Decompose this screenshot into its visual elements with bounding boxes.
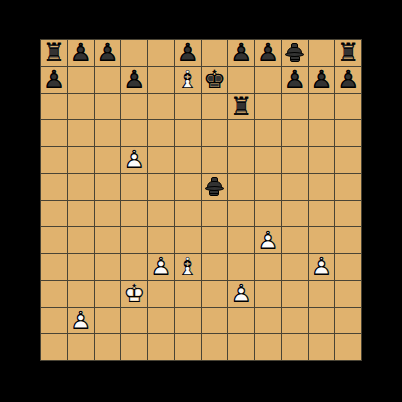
black-pawn-glyph: ♟: [95, 40, 121, 66]
square-r4c10[interactable]: [282, 120, 308, 146]
square-r12c9[interactable]: [255, 334, 281, 360]
white-pawn[interactable]: ♟♙: [148, 254, 174, 280]
white-pawn-glyph: ♟: [68, 308, 94, 334]
black-pawn-outline: ♙: [309, 67, 335, 93]
square-r10c11[interactable]: [309, 281, 335, 307]
square-r10c9[interactable]: [255, 281, 281, 307]
square-r6c12[interactable]: [335, 174, 361, 200]
square-r9c1[interactable]: [41, 254, 67, 280]
square-r7c2[interactable]: [68, 201, 94, 227]
white-pawn[interactable]: ♟♙: [228, 281, 254, 307]
square-r6c6[interactable]: [175, 174, 201, 200]
square-r10c10[interactable]: [282, 281, 308, 307]
white-pawn-outline: ♙: [68, 308, 94, 334]
square-r12c3[interactable]: [95, 334, 121, 360]
square-r4c3[interactable]: [95, 120, 121, 146]
white-pawn[interactable]: ♟♙: [309, 254, 335, 280]
white-pawn-glyph: ♟: [121, 147, 147, 173]
black-pawn[interactable]: ♟♙: [175, 40, 201, 66]
square-r1c3[interactable]: ♟♙: [95, 40, 121, 66]
square-r2c10[interactable]: ♟♙: [282, 67, 308, 93]
white-pawn-glyph: ♟: [255, 227, 281, 253]
square-r11c4[interactable]: [121, 308, 147, 334]
black-pawn-glyph: ♟: [175, 40, 201, 66]
square-r3c11[interactable]: [309, 94, 335, 120]
white-bishop-outline: ♗: [175, 254, 201, 280]
white-pawn-outline: ♙: [148, 254, 174, 280]
square-r7c7[interactable]: [202, 201, 228, 227]
square-r5c8[interactable]: [228, 147, 254, 173]
black-rook-glyph: ♜: [335, 40, 361, 66]
black-rook[interactable]: ♜♖: [41, 40, 67, 66]
black-hat-general[interactable]: [202, 174, 228, 200]
square-r7c10[interactable]: [282, 201, 308, 227]
white-bishop-glyph: ♝: [175, 254, 201, 280]
square-r6c1[interactable]: [41, 174, 67, 200]
square-r8c12[interactable]: [335, 227, 361, 253]
square-r7c5[interactable]: [148, 201, 174, 227]
white-bishop[interactable]: ♝♗: [175, 254, 201, 280]
square-r2c8[interactable]: [228, 67, 254, 93]
square-r2c5[interactable]: [148, 67, 174, 93]
white-king-glyph: ♚: [121, 281, 147, 307]
square-r10c7[interactable]: [202, 281, 228, 307]
black-rook[interactable]: ♜♖: [335, 40, 361, 66]
black-pawn-outline: ♙: [68, 40, 94, 66]
square-r6c2[interactable]: [68, 174, 94, 200]
square-r10c2[interactable]: [68, 281, 94, 307]
square-r10c8[interactable]: ♟♙: [228, 281, 254, 307]
white-bishop[interactable]: ♝♗: [175, 67, 201, 93]
square-r12c1[interactable]: [41, 334, 67, 360]
square-r8c2[interactable]: [68, 227, 94, 253]
square-r12c12[interactable]: [335, 334, 361, 360]
square-r8c11[interactable]: [309, 227, 335, 253]
black-pawn-glyph: ♟: [335, 67, 361, 93]
square-r11c5[interactable]: [148, 308, 174, 334]
square-r6c8[interactable]: [228, 174, 254, 200]
square-r4c1[interactable]: [41, 120, 67, 146]
white-pawn-outline: ♙: [255, 227, 281, 253]
square-r2c3[interactable]: [95, 67, 121, 93]
square-r1c11[interactable]: [309, 40, 335, 66]
square-r2c7[interactable]: ♚♔: [202, 67, 228, 93]
square-r1c7[interactable]: [202, 40, 228, 66]
square-r12c10[interactable]: [282, 334, 308, 360]
square-r6c11[interactable]: [309, 174, 335, 200]
square-r6c5[interactable]: [148, 174, 174, 200]
square-r12c5[interactable]: [148, 334, 174, 360]
square-r11c10[interactable]: [282, 308, 308, 334]
square-r5c12[interactable]: [335, 147, 361, 173]
square-r1c10[interactable]: [282, 40, 308, 66]
black-pawn-outline: ♙: [95, 40, 121, 66]
square-r7c8[interactable]: [228, 201, 254, 227]
square-r6c10[interactable]: [282, 174, 308, 200]
square-r10c3[interactable]: [95, 281, 121, 307]
square-r11c7[interactable]: [202, 308, 228, 334]
square-r1c5[interactable]: [148, 40, 174, 66]
fez-hat-icon: [202, 174, 228, 200]
square-r3c8[interactable]: ♜♖: [228, 94, 254, 120]
fez-hat-icon: [282, 40, 308, 66]
square-r5c1[interactable]: [41, 147, 67, 173]
square-r8c8[interactable]: [228, 227, 254, 253]
square-r8c4[interactable]: [121, 227, 147, 253]
square-r5c6[interactable]: [175, 147, 201, 173]
white-pawn-outline: ♙: [309, 254, 335, 280]
square-r4c6[interactable]: [175, 120, 201, 146]
black-pawn[interactable]: ♟♙: [41, 67, 67, 93]
black-pawn[interactable]: ♟♙: [228, 40, 254, 66]
square-r2c6[interactable]: ♝♗: [175, 67, 201, 93]
square-r8c9[interactable]: ♟♙: [255, 227, 281, 253]
square-r5c7[interactable]: [202, 147, 228, 173]
white-bishop-outline: ♗: [175, 67, 201, 93]
square-r4c12[interactable]: [335, 120, 361, 146]
square-r1c2[interactable]: ♟♙: [68, 40, 94, 66]
square-r8c6[interactable]: [175, 227, 201, 253]
black-pawn-outline: ♙: [121, 67, 147, 93]
square-r9c9[interactable]: [255, 254, 281, 280]
square-r2c1[interactable]: ♟♙: [41, 67, 67, 93]
square-r6c3[interactable]: [95, 174, 121, 200]
square-r4c4[interactable]: [121, 120, 147, 146]
square-r8c5[interactable]: [148, 227, 174, 253]
square-r8c10[interactable]: [282, 227, 308, 253]
square-r1c12[interactable]: ♜♖: [335, 40, 361, 66]
square-r5c11[interactable]: [309, 147, 335, 173]
square-r9c10[interactable]: [282, 254, 308, 280]
black-rook-outline: ♖: [228, 94, 254, 120]
black-pawn-glyph: ♟: [121, 67, 147, 93]
hat-base: [209, 190, 219, 196]
black-pawn[interactable]: ♟♙: [309, 67, 335, 93]
square-r5c4[interactable]: ♟♙: [121, 147, 147, 173]
white-pawn-outline: ♙: [228, 281, 254, 307]
square-r7c9[interactable]: [255, 201, 281, 227]
white-bishop-glyph: ♝: [175, 67, 201, 93]
square-r3c2[interactable]: [68, 94, 94, 120]
white-pawn-glyph: ♟: [148, 254, 174, 280]
square-r8c1[interactable]: [41, 227, 67, 253]
black-pawn-glyph: ♟: [228, 40, 254, 66]
square-r9c3[interactable]: [95, 254, 121, 280]
square-r4c5[interactable]: [148, 120, 174, 146]
square-r3c5[interactable]: [148, 94, 174, 120]
square-r10c5[interactable]: [148, 281, 174, 307]
white-king-outline: ♔: [121, 281, 147, 307]
square-r10c4[interactable]: ♚♔: [121, 281, 147, 307]
black-pawn-glyph: ♟: [255, 40, 281, 66]
square-r3c12[interactable]: [335, 94, 361, 120]
square-r3c9[interactable]: [255, 94, 281, 120]
square-r3c10[interactable]: [282, 94, 308, 120]
square-r7c11[interactable]: [309, 201, 335, 227]
black-rook-outline: ♖: [335, 40, 361, 66]
square-r4c2[interactable]: [68, 120, 94, 146]
square-r3c3[interactable]: [95, 94, 121, 120]
square-r11c8[interactable]: [228, 308, 254, 334]
square-r7c6[interactable]: [175, 201, 201, 227]
black-king-outline: ♔: [202, 67, 228, 93]
square-r6c7[interactable]: [202, 174, 228, 200]
square-r8c3[interactable]: [95, 227, 121, 253]
square-r11c3[interactable]: [95, 308, 121, 334]
square-r10c6[interactable]: [175, 281, 201, 307]
game-board: ♜♖♟♙♟♙♟♙♟♙♟♙♜♖♟♙♟♙♝♗♚♔♟♙♟♙♟♙♜♖♟♙♟♙♟♙♝♗♟♙…: [40, 39, 362, 361]
square-r5c2[interactable]: [68, 147, 94, 173]
black-rook-glyph: ♜: [228, 94, 254, 120]
square-r9c7[interactable]: [202, 254, 228, 280]
white-pawn-outline: ♙: [121, 147, 147, 173]
white-pawn-glyph: ♟: [309, 254, 335, 280]
white-pawn[interactable]: ♟♙: [68, 308, 94, 334]
square-r9c8[interactable]: [228, 254, 254, 280]
square-r6c4[interactable]: [121, 174, 147, 200]
black-pawn-glyph: ♟: [41, 67, 67, 93]
square-r2c11[interactable]: ♟♙: [309, 67, 335, 93]
square-r5c3[interactable]: [95, 147, 121, 173]
square-r1c1[interactable]: ♜♖: [41, 40, 67, 66]
square-r10c1[interactable]: [41, 281, 67, 307]
square-r3c6[interactable]: [175, 94, 201, 120]
square-r2c9[interactable]: [255, 67, 281, 93]
square-r11c9[interactable]: [255, 308, 281, 334]
square-r7c4[interactable]: [121, 201, 147, 227]
square-r7c12[interactable]: [335, 201, 361, 227]
white-pawn[interactable]: ♟♙: [255, 227, 281, 253]
black-pawn[interactable]: ♟♙: [255, 40, 281, 66]
square-r5c9[interactable]: [255, 147, 281, 173]
square-r3c7[interactable]: [202, 94, 228, 120]
square-r12c7[interactable]: [202, 334, 228, 360]
hat-brim: [285, 52, 304, 57]
black-king-glyph: ♚: [202, 67, 228, 93]
square-r4c8[interactable]: [228, 120, 254, 146]
white-pawn[interactable]: ♟♙: [121, 147, 147, 173]
hat-base: [290, 56, 300, 62]
square-r5c5[interactable]: [148, 147, 174, 173]
square-r8c7[interactable]: [202, 227, 228, 253]
square-r11c2[interactable]: ♟♙: [68, 308, 94, 334]
square-r12c6[interactable]: [175, 334, 201, 360]
square-r3c1[interactable]: [41, 94, 67, 120]
black-pawn-glyph: ♟: [282, 67, 308, 93]
square-r11c11[interactable]: [309, 308, 335, 334]
black-hat-general[interactable]: [282, 40, 308, 66]
square-r11c12[interactable]: [335, 308, 361, 334]
black-pawn[interactable]: ♟♙: [68, 40, 94, 66]
square-r5c10[interactable]: [282, 147, 308, 173]
square-r9c11[interactable]: ♟♙: [309, 254, 335, 280]
square-r1c8[interactable]: ♟♙: [228, 40, 254, 66]
square-r9c5[interactable]: ♟♙: [148, 254, 174, 280]
square-r3c4[interactable]: [121, 94, 147, 120]
square-r4c11[interactable]: [309, 120, 335, 146]
square-r1c4[interactable]: [121, 40, 147, 66]
square-r10c12[interactable]: [335, 281, 361, 307]
black-pawn[interactable]: ♟♙: [335, 67, 361, 93]
square-r9c6[interactable]: ♝♗: [175, 254, 201, 280]
black-pawn-outline: ♙: [175, 40, 201, 66]
square-r9c4[interactable]: [121, 254, 147, 280]
square-r9c2[interactable]: [68, 254, 94, 280]
black-pawn-glyph: ♟: [68, 40, 94, 66]
black-rook-outline: ♖: [41, 40, 67, 66]
white-pawn-glyph: ♟: [228, 281, 254, 307]
black-rook[interactable]: ♜♖: [228, 94, 254, 120]
black-pawn[interactable]: ♟♙: [95, 40, 121, 66]
square-r1c6[interactable]: ♟♙: [175, 40, 201, 66]
square-r7c3[interactable]: [95, 201, 121, 227]
square-r4c9[interactable]: [255, 120, 281, 146]
hat-brim: [205, 186, 224, 191]
black-pawn-outline: ♙: [41, 67, 67, 93]
black-pawn-outline: ♙: [255, 40, 281, 66]
black-pawn-glyph: ♟: [309, 67, 335, 93]
square-r6c9[interactable]: [255, 174, 281, 200]
square-r12c11[interactable]: [309, 334, 335, 360]
square-r2c12[interactable]: ♟♙: [335, 67, 361, 93]
game-window: ♜♖♟♙♟♙♟♙♟♙♟♙♜♖♟♙♟♙♝♗♚♔♟♙♟♙♟♙♜♖♟♙♟♙♟♙♝♗♟♙…: [0, 0, 402, 402]
white-king[interactable]: ♚♔: [121, 281, 147, 307]
square-r1c9[interactable]: ♟♙: [255, 40, 281, 66]
black-pawn-outline: ♙: [282, 67, 308, 93]
square-r12c4[interactable]: [121, 334, 147, 360]
black-king[interactable]: ♚♔: [202, 67, 228, 93]
black-rook-glyph: ♜: [41, 40, 67, 66]
black-pawn[interactable]: ♟♙: [121, 67, 147, 93]
square-r7c1[interactable]: [41, 201, 67, 227]
square-r12c2[interactable]: [68, 334, 94, 360]
black-pawn-outline: ♙: [228, 40, 254, 66]
black-pawn[interactable]: ♟♙: [282, 67, 308, 93]
square-r2c4[interactable]: ♟♙: [121, 67, 147, 93]
square-r4c7[interactable]: [202, 120, 228, 146]
square-r2c2[interactable]: [68, 67, 94, 93]
square-r11c6[interactable]: [175, 308, 201, 334]
square-r11c1[interactable]: [41, 308, 67, 334]
black-pawn-outline: ♙: [335, 67, 361, 93]
square-r12c8[interactable]: [228, 334, 254, 360]
square-r9c12[interactable]: [335, 254, 361, 280]
